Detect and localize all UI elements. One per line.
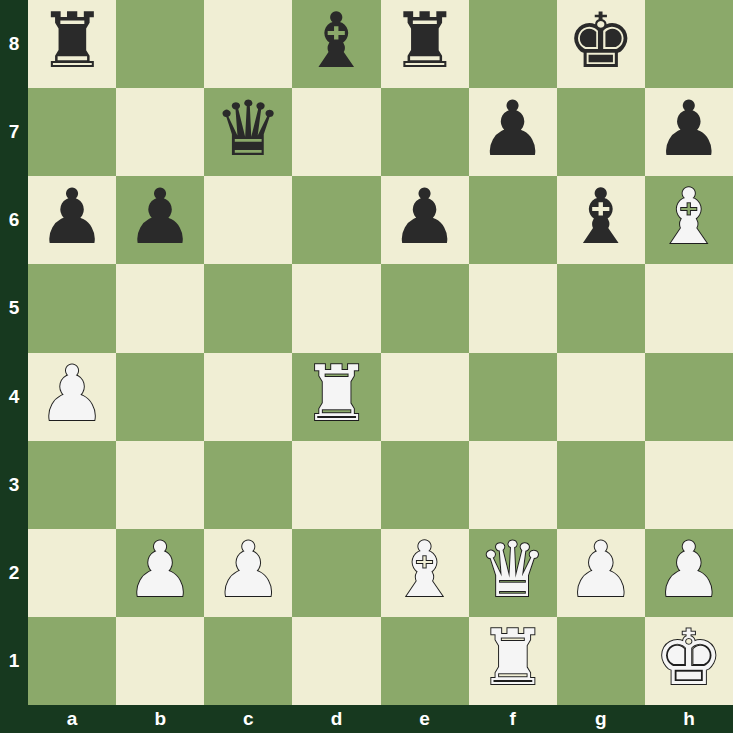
- square-b4[interactable]: [116, 353, 204, 441]
- square-c2[interactable]: ♟: [204, 529, 292, 617]
- file-label-h: h: [645, 705, 733, 733]
- board-corner: [0, 705, 28, 733]
- file-label-d: d: [292, 705, 380, 733]
- square-d6[interactable]: [292, 176, 380, 264]
- piece-white-pawn[interactable]: ♟: [38, 350, 106, 438]
- piece-white-pawn[interactable]: ♟: [655, 526, 723, 614]
- piece-white-rook[interactable]: ♜: [302, 350, 370, 438]
- square-a5[interactable]: [28, 264, 116, 352]
- square-e5[interactable]: [381, 264, 469, 352]
- piece-white-king[interactable]: ♚: [655, 614, 723, 702]
- chess-board: ♜♝♜♚♛♟♟♟♟♟♝♝♟♜♟♟♝♛♟♟♜♚: [28, 0, 733, 705]
- rank-label-2: 2: [0, 529, 28, 617]
- square-b5[interactable]: [116, 264, 204, 352]
- chess-board-panel: 87654321 ♜♝♜♚♛♟♟♟♟♟♝♝♟♜♟♟♝♛♟♟♜♚ abcdefgh: [0, 0, 733, 733]
- piece-black-pawn[interactable]: ♟: [655, 85, 723, 173]
- square-a4[interactable]: ♟: [28, 353, 116, 441]
- square-a8[interactable]: ♜: [28, 0, 116, 88]
- rank-label-7: 7: [0, 88, 28, 176]
- square-h2[interactable]: ♟: [645, 529, 733, 617]
- square-g1[interactable]: [557, 617, 645, 705]
- file-labels: abcdefgh: [28, 705, 733, 733]
- rank-label-3: 3: [0, 441, 28, 529]
- square-d2[interactable]: [292, 529, 380, 617]
- piece-white-pawn[interactable]: ♟: [567, 526, 635, 614]
- square-h6[interactable]: ♝: [645, 176, 733, 264]
- square-b8[interactable]: [116, 0, 204, 88]
- piece-black-bishop[interactable]: ♝: [302, 0, 370, 85]
- square-f8[interactable]: [469, 0, 557, 88]
- square-g3[interactable]: [557, 441, 645, 529]
- square-c3[interactable]: [204, 441, 292, 529]
- piece-black-king[interactable]: ♚: [567, 0, 635, 85]
- square-g7[interactable]: [557, 88, 645, 176]
- piece-black-rook[interactable]: ♜: [390, 0, 458, 85]
- square-a7[interactable]: [28, 88, 116, 176]
- square-c5[interactable]: [204, 264, 292, 352]
- square-e4[interactable]: [381, 353, 469, 441]
- square-d5[interactable]: [292, 264, 380, 352]
- square-a3[interactable]: [28, 441, 116, 529]
- square-f2[interactable]: ♛: [469, 529, 557, 617]
- square-f5[interactable]: [469, 264, 557, 352]
- piece-white-pawn[interactable]: ♟: [214, 526, 282, 614]
- piece-black-pawn[interactable]: ♟: [126, 173, 194, 261]
- rank-label-4: 4: [0, 353, 28, 441]
- square-g6[interactable]: ♝: [557, 176, 645, 264]
- square-h5[interactable]: [645, 264, 733, 352]
- square-f4[interactable]: [469, 353, 557, 441]
- square-e6[interactable]: ♟: [381, 176, 469, 264]
- file-label-b: b: [116, 705, 204, 733]
- square-f3[interactable]: [469, 441, 557, 529]
- rank-label-6: 6: [0, 176, 28, 264]
- piece-white-pawn[interactable]: ♟: [126, 526, 194, 614]
- square-a6[interactable]: ♟: [28, 176, 116, 264]
- square-d8[interactable]: ♝: [292, 0, 380, 88]
- square-h8[interactable]: [645, 0, 733, 88]
- piece-black-rook[interactable]: ♜: [38, 0, 106, 85]
- square-c1[interactable]: [204, 617, 292, 705]
- square-h3[interactable]: [645, 441, 733, 529]
- piece-white-rook[interactable]: ♜: [479, 614, 547, 702]
- piece-black-pawn[interactable]: ♟: [479, 85, 547, 173]
- square-g2[interactable]: ♟: [557, 529, 645, 617]
- square-a2[interactable]: [28, 529, 116, 617]
- square-b7[interactable]: [116, 88, 204, 176]
- square-g8[interactable]: ♚: [557, 0, 645, 88]
- file-label-f: f: [469, 705, 557, 733]
- piece-black-queen[interactable]: ♛: [214, 85, 282, 173]
- square-c4[interactable]: [204, 353, 292, 441]
- square-d1[interactable]: [292, 617, 380, 705]
- square-b3[interactable]: [116, 441, 204, 529]
- square-g5[interactable]: [557, 264, 645, 352]
- rank-label-1: 1: [0, 617, 28, 705]
- square-b1[interactable]: [116, 617, 204, 705]
- piece-white-bishop[interactable]: ♝: [655, 173, 723, 261]
- square-d3[interactable]: [292, 441, 380, 529]
- square-c6[interactable]: [204, 176, 292, 264]
- square-e7[interactable]: [381, 88, 469, 176]
- square-g4[interactable]: [557, 353, 645, 441]
- square-f1[interactable]: ♜: [469, 617, 557, 705]
- piece-white-queen[interactable]: ♛: [479, 526, 547, 614]
- square-b6[interactable]: ♟: [116, 176, 204, 264]
- square-d4[interactable]: ♜: [292, 353, 380, 441]
- square-c7[interactable]: ♛: [204, 88, 292, 176]
- file-label-e: e: [381, 705, 469, 733]
- rank-label-5: 5: [0, 264, 28, 352]
- piece-black-pawn[interactable]: ♟: [38, 173, 106, 261]
- piece-white-bishop[interactable]: ♝: [390, 526, 458, 614]
- square-d7[interactable]: [292, 88, 380, 176]
- square-f6[interactable]: [469, 176, 557, 264]
- square-c8[interactable]: [204, 0, 292, 88]
- square-e1[interactable]: [381, 617, 469, 705]
- rank-labels: 87654321: [0, 0, 28, 705]
- square-b2[interactable]: ♟: [116, 529, 204, 617]
- square-e3[interactable]: [381, 441, 469, 529]
- rank-label-8: 8: [0, 0, 28, 88]
- square-e2[interactable]: ♝: [381, 529, 469, 617]
- square-a1[interactable]: [28, 617, 116, 705]
- square-h4[interactable]: [645, 353, 733, 441]
- square-e8[interactable]: ♜: [381, 0, 469, 88]
- square-h1[interactable]: ♚: [645, 617, 733, 705]
- file-label-a: a: [28, 705, 116, 733]
- square-f7[interactable]: ♟: [469, 88, 557, 176]
- piece-black-pawn[interactable]: ♟: [390, 173, 458, 261]
- square-h7[interactable]: ♟: [645, 88, 733, 176]
- piece-black-bishop[interactable]: ♝: [567, 173, 635, 261]
- file-label-c: c: [204, 705, 292, 733]
- file-label-g: g: [557, 705, 645, 733]
